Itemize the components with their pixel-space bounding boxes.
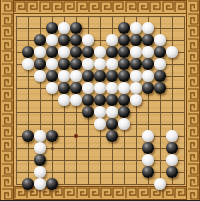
- black-stone[interactable]: [118, 58, 129, 69]
- white-stone[interactable]: [34, 70, 45, 81]
- black-stone[interactable]: [106, 118, 117, 129]
- white-stone[interactable]: [46, 58, 57, 69]
- greek-key-motif: [112, 187, 124, 199]
- black-stone[interactable]: [22, 46, 33, 57]
- black-stone[interactable]: [106, 46, 117, 57]
- white-stone[interactable]: [70, 94, 81, 105]
- greek-key-motif: [1, 75, 13, 88]
- white-stone[interactable]: [94, 106, 105, 117]
- greek-key-motif: [125, 1, 137, 13]
- black-stone[interactable]: [70, 22, 81, 33]
- greek-key-motif: [1, 138, 13, 151]
- greek-key-motif: [51, 1, 63, 13]
- black-stone[interactable]: [118, 34, 129, 45]
- white-stone[interactable]: [34, 46, 45, 57]
- black-stone[interactable]: [46, 178, 57, 189]
- white-stone[interactable]: [154, 58, 165, 69]
- greek-key-motif: [1, 50, 13, 63]
- greek-key-motif: [187, 125, 199, 138]
- white-stone[interactable]: [142, 70, 153, 81]
- white-stone[interactable]: [118, 118, 129, 129]
- white-stone[interactable]: [58, 46, 69, 57]
- white-stone[interactable]: [58, 94, 69, 105]
- black-stone[interactable]: [142, 34, 153, 45]
- white-stone[interactable]: [106, 34, 117, 45]
- white-stone[interactable]: [82, 58, 93, 69]
- greek-key-motif: [187, 138, 199, 151]
- white-stone[interactable]: [34, 142, 45, 153]
- black-stone[interactable]: [22, 178, 33, 189]
- greek-key-motif: [187, 0, 199, 13]
- black-stone[interactable]: [46, 46, 57, 57]
- greek-key-motif: [39, 1, 51, 13]
- white-stone[interactable]: [154, 34, 165, 45]
- black-stone[interactable]: [142, 58, 153, 69]
- greek-key-motif: [1, 38, 13, 51]
- black-stone[interactable]: [130, 34, 141, 45]
- black-stone[interactable]: [58, 58, 69, 69]
- white-stone[interactable]: [34, 130, 45, 141]
- greek-key-motif: [187, 25, 199, 38]
- black-stone[interactable]: [154, 82, 165, 93]
- go-board-screen: [0, 0, 200, 200]
- greek-key-border-left: [0, 0, 14, 200]
- white-stone[interactable]: [130, 70, 141, 81]
- greek-key-motif: [137, 1, 149, 13]
- black-stone[interactable]: [166, 142, 177, 153]
- black-stone[interactable]: [142, 142, 153, 153]
- white-stone[interactable]: [94, 46, 105, 57]
- greek-key-motif: [1, 113, 13, 126]
- black-stone[interactable]: [142, 82, 153, 93]
- greek-key-motif: [14, 1, 26, 13]
- white-stone[interactable]: [22, 58, 33, 69]
- black-stone[interactable]: [82, 94, 93, 105]
- black-stone[interactable]: [46, 130, 57, 141]
- white-stone[interactable]: [106, 106, 117, 117]
- black-stone[interactable]: [58, 34, 69, 45]
- white-stone[interactable]: [106, 82, 117, 93]
- greek-key-motif: [187, 113, 199, 126]
- white-stone[interactable]: [106, 58, 117, 69]
- greek-key-motif: [149, 1, 161, 13]
- greek-key-motif: [187, 75, 199, 88]
- black-stone[interactable]: [70, 82, 81, 93]
- white-stone[interactable]: [142, 46, 153, 57]
- greek-key-motif: [187, 13, 199, 26]
- greek-key-motif: [187, 88, 199, 101]
- greek-key-motif: [1, 150, 13, 163]
- black-stone[interactable]: [166, 166, 177, 177]
- black-stone[interactable]: [22, 130, 33, 141]
- white-stone[interactable]: [154, 178, 165, 189]
- black-stone[interactable]: [34, 58, 45, 69]
- star-point: [51, 147, 54, 150]
- black-stone[interactable]: [70, 46, 81, 57]
- black-stone[interactable]: [154, 46, 165, 57]
- black-stone[interactable]: [118, 22, 129, 33]
- greek-key-motif: [1, 188, 13, 201]
- white-stone[interactable]: [142, 154, 153, 165]
- black-stone[interactable]: [82, 70, 93, 81]
- black-stone[interactable]: [58, 82, 69, 93]
- white-stone[interactable]: [94, 82, 105, 93]
- greek-key-motif: [63, 187, 75, 199]
- greek-key-motif: [137, 187, 149, 199]
- black-stone[interactable]: [106, 70, 117, 81]
- greek-key-motif: [112, 1, 124, 13]
- white-stone[interactable]: [166, 130, 177, 141]
- greek-key-motif: [75, 187, 87, 199]
- white-stone[interactable]: [166, 154, 177, 165]
- black-stone[interactable]: [46, 22, 57, 33]
- white-stone[interactable]: [130, 46, 141, 57]
- white-stone[interactable]: [58, 22, 69, 33]
- black-stone[interactable]: [106, 94, 117, 105]
- greek-key-motif: [187, 188, 199, 201]
- white-stone[interactable]: [34, 166, 45, 177]
- white-stone[interactable]: [130, 22, 141, 33]
- greek-key-motif: [1, 175, 13, 188]
- black-stone[interactable]: [118, 94, 129, 105]
- greek-key-motif: [88, 1, 100, 13]
- greek-key-motif: [187, 63, 199, 76]
- greek-key-motif: [75, 1, 87, 13]
- white-stone[interactable]: [46, 82, 57, 93]
- greek-key-motif: [1, 100, 13, 113]
- black-stone[interactable]: [142, 166, 153, 177]
- white-stone[interactable]: [82, 34, 93, 45]
- white-stone[interactable]: [142, 130, 153, 141]
- greek-key-motif: [100, 187, 112, 199]
- white-stone[interactable]: [46, 34, 57, 45]
- greek-key-motif: [125, 187, 137, 199]
- white-stone[interactable]: [94, 58, 105, 69]
- white-stone[interactable]: [118, 82, 129, 93]
- greek-key-motif: [187, 163, 199, 176]
- greek-key-motif: [1, 0, 13, 13]
- white-stone[interactable]: [94, 118, 105, 129]
- black-stone[interactable]: [118, 70, 129, 81]
- white-stone[interactable]: [70, 70, 81, 81]
- black-stone[interactable]: [82, 46, 93, 57]
- greek-key-border-right: [186, 0, 200, 200]
- black-stone[interactable]: [106, 130, 117, 141]
- greek-key-motif: [1, 125, 13, 138]
- greek-key-motif: [88, 187, 100, 199]
- black-stone[interactable]: [118, 106, 129, 117]
- white-stone[interactable]: [34, 178, 45, 189]
- greek-key-motif: [174, 187, 186, 199]
- greek-key-motif: [187, 150, 199, 163]
- greek-key-motif: [100, 1, 112, 13]
- greek-key-motif: [187, 38, 199, 51]
- greek-key-motif: [187, 50, 199, 63]
- greek-key-motif: [1, 63, 13, 76]
- black-stone[interactable]: [94, 70, 105, 81]
- black-stone[interactable]: [154, 70, 165, 81]
- white-stone[interactable]: [130, 94, 141, 105]
- red-dot-marker: [74, 134, 78, 138]
- greek-key-motif: [161, 1, 173, 13]
- greek-key-motif: [1, 25, 13, 38]
- black-stone[interactable]: [70, 58, 81, 69]
- black-stone[interactable]: [34, 154, 45, 165]
- greek-key-motif: [187, 175, 199, 188]
- black-stone[interactable]: [94, 94, 105, 105]
- black-stone[interactable]: [118, 46, 129, 57]
- white-stone[interactable]: [166, 46, 177, 57]
- greek-key-motif: [26, 1, 38, 13]
- greek-key-motif: [1, 88, 13, 101]
- greek-key-motif: [1, 163, 13, 176]
- black-stone[interactable]: [46, 70, 57, 81]
- black-stone[interactable]: [130, 58, 141, 69]
- greek-key-motif: [1, 13, 13, 26]
- greek-key-motif: [63, 1, 75, 13]
- white-stone[interactable]: [130, 82, 141, 93]
- black-stone[interactable]: [70, 34, 81, 45]
- white-stone[interactable]: [82, 82, 93, 93]
- black-stone[interactable]: [82, 106, 93, 117]
- black-stone[interactable]: [34, 34, 45, 45]
- white-stone[interactable]: [142, 22, 153, 33]
- greek-key-motif: [187, 100, 199, 113]
- greek-key-border-top: [14, 0, 186, 14]
- white-stone[interactable]: [58, 70, 69, 81]
- greek-key-motif: [174, 1, 186, 13]
